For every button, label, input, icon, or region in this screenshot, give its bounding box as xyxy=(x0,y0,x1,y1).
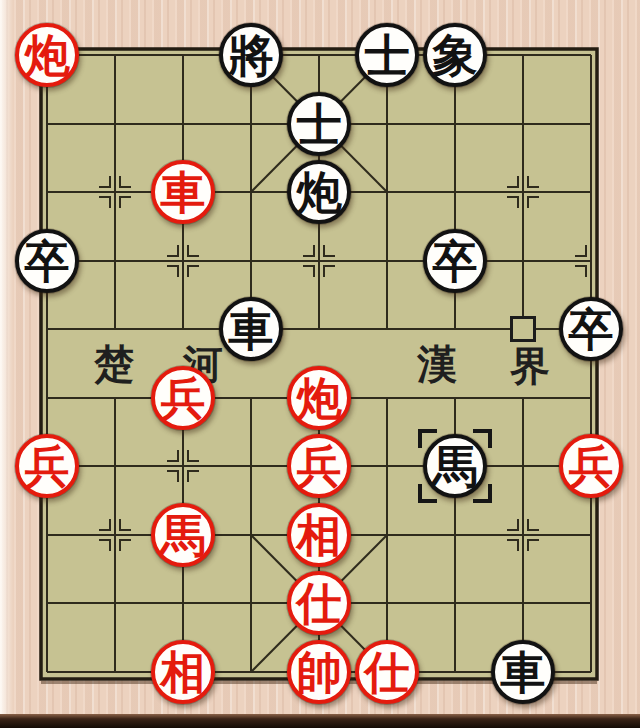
piece-red-elephant[interactable]: 相 xyxy=(287,503,351,567)
last-move-origin-marker xyxy=(510,316,536,342)
piece-red-elephant[interactable]: 相 xyxy=(151,640,215,704)
piece-red-advisor[interactable]: 仕 xyxy=(355,640,419,704)
piece-red-soldier[interactable]: 兵 xyxy=(559,434,623,498)
piece-red-cannon[interactable]: 炮 xyxy=(287,366,351,430)
piece-black-chariot[interactable]: 車 xyxy=(219,297,283,361)
piece-black-elephant[interactable]: 象 xyxy=(423,23,487,87)
piece-black-soldier[interactable]: 卒 xyxy=(15,229,79,293)
piece-red-soldier[interactable]: 兵 xyxy=(151,366,215,430)
piece-red-advisor[interactable]: 仕 xyxy=(287,571,351,635)
piece-black-horse[interactable]: 馬 xyxy=(423,434,487,498)
piece-red-cannon[interactable]: 炮 xyxy=(15,23,79,87)
river-label-chu: 楚 xyxy=(93,341,134,387)
piece-red-general[interactable]: 帥 xyxy=(287,640,351,704)
piece-red-chariot[interactable]: 車 xyxy=(151,160,215,224)
piece-black-chariot[interactable]: 車 xyxy=(491,640,555,704)
piece-black-soldier[interactable]: 卒 xyxy=(559,297,623,361)
piece-black-soldier[interactable]: 卒 xyxy=(423,229,487,293)
piece-red-soldier[interactable]: 兵 xyxy=(287,434,351,498)
piece-black-general[interactable]: 將 xyxy=(219,23,283,87)
xiangqi-game-board: 楚 河 漢 界 炮將士象士車炮卒卒車卒兵炮兵兵馬兵馬相仕相帥仕車 xyxy=(0,0,640,728)
river-label-jie: 界 xyxy=(509,343,550,389)
piece-black-advisor[interactable]: 士 xyxy=(287,92,351,156)
piece-black-cannon[interactable]: 炮 xyxy=(287,160,351,224)
piece-red-soldier[interactable]: 兵 xyxy=(15,434,79,498)
piece-black-advisor[interactable]: 士 xyxy=(355,23,419,87)
river-label-han: 漢 xyxy=(416,341,457,387)
piece-red-horse[interactable]: 馬 xyxy=(151,503,215,567)
